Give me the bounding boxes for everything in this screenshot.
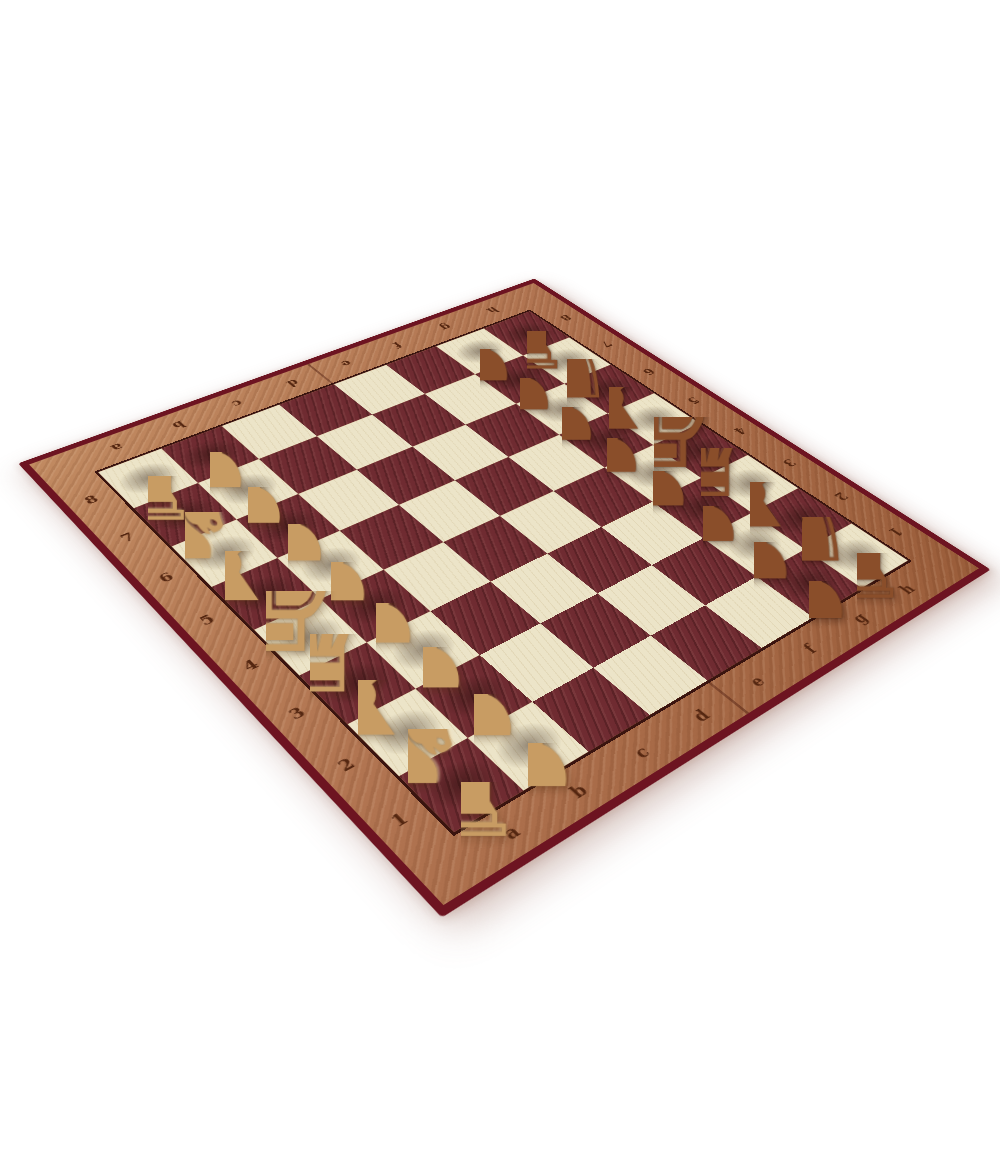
chess-board: ♜♟♟♜♞♟♟♞♝♟♟♝♚♟♟♚♛♟♟♛♝♟♟♝♞♟♟♞♜♟♟♜ 88aa77b… [18,279,991,918]
photo-background: ♜♟♟♜♞♟♟♞♝♟♟♝♚♟♟♚♛♟♟♛♝♟♟♝♞♟♟♞♜♟♟♜ 88aa77b… [0,0,1000,1150]
playing-area: ♜♟♟♜♞♟♟♞♝♟♟♝♚♟♟♚♛♟♟♛♝♟♟♝♞♟♟♞♜♟♟♜ [94,310,912,837]
